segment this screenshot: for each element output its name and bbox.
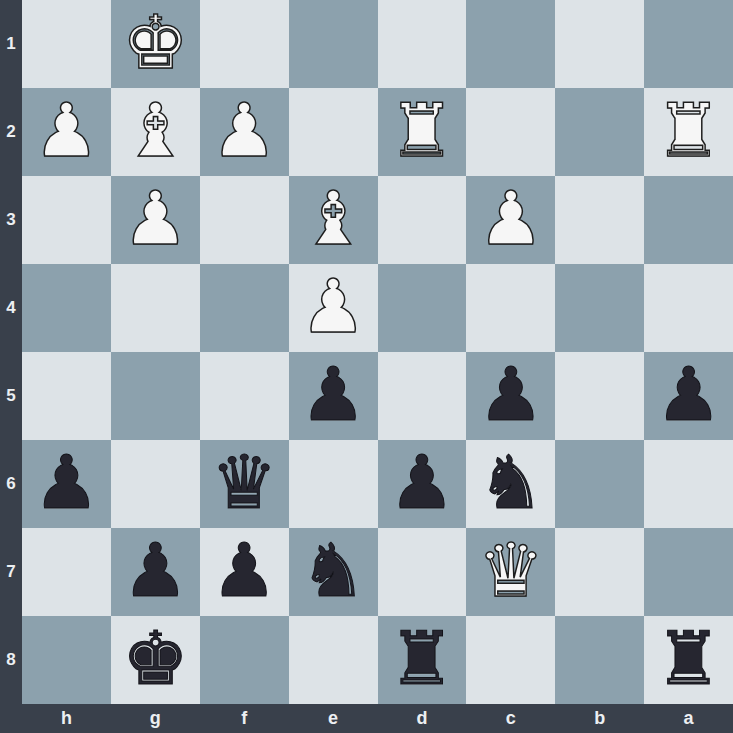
rank-label-7: 7	[0, 528, 22, 616]
black-pawn-c5[interactable]: ♟	[478, 350, 544, 438]
square-b4[interactable]	[555, 264, 644, 352]
black-pawn-f7[interactable]: ♟	[211, 526, 277, 614]
square-e1[interactable]	[289, 0, 378, 88]
white-rook-d2[interactable]: ♜	[389, 86, 455, 174]
square-a4[interactable]	[644, 264, 733, 352]
black-pawn-d6[interactable]: ♟	[389, 438, 455, 526]
rank-label-5: 5	[0, 352, 22, 440]
chess-board: 1♚2♟♝♟♜♜3♟♝♟4♟5♟♟♟6♟♛♟♞7♟♟♞♛8♚♜♜hgfedcba	[0, 0, 733, 733]
file-label-f: f	[200, 704, 289, 733]
square-g6[interactable]	[111, 440, 200, 528]
square-h3[interactable]	[22, 176, 111, 264]
square-c7[interactable]: ♛	[466, 528, 555, 616]
square-f6[interactable]: ♛	[200, 440, 289, 528]
square-c3[interactable]: ♟	[466, 176, 555, 264]
square-g7[interactable]: ♟	[111, 528, 200, 616]
square-b8[interactable]	[555, 616, 644, 704]
white-rook-a2[interactable]: ♜	[655, 86, 721, 174]
black-knight-e7[interactable]: ♞	[300, 526, 366, 614]
white-pawn-e4[interactable]: ♟	[300, 262, 366, 350]
black-pawn-h6[interactable]: ♟	[33, 438, 99, 526]
square-a6[interactable]	[644, 440, 733, 528]
black-pawn-a5[interactable]: ♟	[655, 350, 721, 438]
square-d2[interactable]: ♜	[378, 88, 467, 176]
file-label-h: h	[22, 704, 111, 733]
square-e3[interactable]: ♝	[289, 176, 378, 264]
square-a1[interactable]	[644, 0, 733, 88]
white-bishop-g2[interactable]: ♝	[122, 86, 188, 174]
square-e8[interactable]	[289, 616, 378, 704]
white-pawn-f2[interactable]: ♟	[211, 86, 277, 174]
square-h8[interactable]	[22, 616, 111, 704]
square-c6[interactable]: ♞	[466, 440, 555, 528]
square-h4[interactable]	[22, 264, 111, 352]
square-h6[interactable]: ♟	[22, 440, 111, 528]
square-h1[interactable]	[22, 0, 111, 88]
white-pawn-h2[interactable]: ♟	[33, 86, 99, 174]
square-h7[interactable]	[22, 528, 111, 616]
square-c2[interactable]	[466, 88, 555, 176]
black-king-g8[interactable]: ♚	[122, 614, 188, 702]
rank-label-8: 8	[0, 616, 22, 704]
file-label-b: b	[555, 704, 644, 733]
square-f1[interactable]	[200, 0, 289, 88]
square-c5[interactable]: ♟	[466, 352, 555, 440]
file-label-d: d	[378, 704, 467, 733]
black-pawn-g7[interactable]: ♟	[122, 526, 188, 614]
square-a5[interactable]: ♟	[644, 352, 733, 440]
square-d4[interactable]	[378, 264, 467, 352]
white-pawn-g3[interactable]: ♟	[122, 174, 188, 262]
square-g4[interactable]	[111, 264, 200, 352]
square-b1[interactable]	[555, 0, 644, 88]
square-d3[interactable]	[378, 176, 467, 264]
white-queen-c7[interactable]: ♛	[478, 526, 544, 614]
square-d5[interactable]	[378, 352, 467, 440]
square-e5[interactable]: ♟	[289, 352, 378, 440]
square-b7[interactable]	[555, 528, 644, 616]
square-h5[interactable]	[22, 352, 111, 440]
file-label-g: g	[111, 704, 200, 733]
square-f3[interactable]	[200, 176, 289, 264]
square-b2[interactable]	[555, 88, 644, 176]
board-frame-corner	[0, 704, 22, 733]
square-a8[interactable]: ♜	[644, 616, 733, 704]
square-f8[interactable]	[200, 616, 289, 704]
square-g2[interactable]: ♝	[111, 88, 200, 176]
rank-label-6: 6	[0, 440, 22, 528]
square-f4[interactable]	[200, 264, 289, 352]
black-queen-f6[interactable]: ♛	[211, 438, 277, 526]
square-h2[interactable]: ♟	[22, 88, 111, 176]
square-g5[interactable]	[111, 352, 200, 440]
rank-label-3: 3	[0, 176, 22, 264]
square-c4[interactable]	[466, 264, 555, 352]
square-g3[interactable]: ♟	[111, 176, 200, 264]
white-bishop-e3[interactable]: ♝	[300, 174, 366, 262]
square-f2[interactable]: ♟	[200, 88, 289, 176]
square-b3[interactable]	[555, 176, 644, 264]
black-knight-c6[interactable]: ♞	[478, 438, 544, 526]
square-a3[interactable]	[644, 176, 733, 264]
square-d8[interactable]: ♜	[378, 616, 467, 704]
square-f5[interactable]	[200, 352, 289, 440]
black-rook-a8[interactable]: ♜	[655, 614, 721, 702]
square-d7[interactable]	[378, 528, 467, 616]
white-pawn-c3[interactable]: ♟	[478, 174, 544, 262]
file-label-a: a	[644, 704, 733, 733]
square-g1[interactable]: ♚	[111, 0, 200, 88]
square-e2[interactable]	[289, 88, 378, 176]
square-g8[interactable]: ♚	[111, 616, 200, 704]
rank-label-2: 2	[0, 88, 22, 176]
square-c1[interactable]	[466, 0, 555, 88]
square-a2[interactable]: ♜	[644, 88, 733, 176]
file-label-e: e	[289, 704, 378, 733]
white-king-g1[interactable]: ♚	[122, 0, 188, 86]
rank-label-1: 1	[0, 0, 22, 88]
square-b5[interactable]	[555, 352, 644, 440]
square-b6[interactable]	[555, 440, 644, 528]
square-d1[interactable]	[378, 0, 467, 88]
rank-label-4: 4	[0, 264, 22, 352]
square-e6[interactable]	[289, 440, 378, 528]
square-d6[interactable]: ♟	[378, 440, 467, 528]
square-e7[interactable]: ♞	[289, 528, 378, 616]
file-label-c: c	[466, 704, 555, 733]
square-c8[interactable]	[466, 616, 555, 704]
square-f7[interactable]: ♟	[200, 528, 289, 616]
black-rook-d8[interactable]: ♜	[389, 614, 455, 702]
square-a7[interactable]	[644, 528, 733, 616]
square-e4[interactable]: ♟	[289, 264, 378, 352]
black-pawn-e5[interactable]: ♟	[300, 350, 366, 438]
